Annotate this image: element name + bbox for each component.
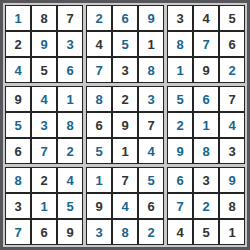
cell-r5c7[interactable]: 2: [167, 112, 193, 138]
box-5: 823697514: [86, 86, 164, 164]
box-2: 269451738: [86, 5, 164, 83]
cell-r2c5[interactable]: 5: [112, 31, 138, 57]
cell-r4c8[interactable]: 6: [193, 86, 219, 112]
cell-r5c5[interactable]: 9: [112, 112, 138, 138]
sudoku-board: 1872934562694517383458761929415386728236…: [0, 0, 250, 250]
cell-r7c7[interactable]: 6: [167, 167, 193, 193]
cell-r9c3[interactable]: 9: [57, 219, 83, 245]
cell-r1c3[interactable]: 7: [57, 5, 83, 31]
cell-r2c4[interactable]: 4: [86, 31, 112, 57]
cell-r6c4[interactable]: 5: [86, 138, 112, 164]
cell-r9c8[interactable]: 5: [193, 219, 219, 245]
cell-r8c6[interactable]: 6: [138, 193, 164, 219]
cell-r7c2[interactable]: 2: [31, 167, 57, 193]
cell-r8c7[interactable]: 7: [167, 193, 193, 219]
box-1: 187293456: [5, 5, 83, 83]
cell-r3c6[interactable]: 8: [138, 57, 164, 83]
cell-r4c6[interactable]: 3: [138, 86, 164, 112]
cell-r9c1[interactable]: 7: [5, 219, 31, 245]
cell-r8c2[interactable]: 1: [31, 193, 57, 219]
cell-r4c1[interactable]: 9: [5, 86, 31, 112]
cell-r5c6[interactable]: 7: [138, 112, 164, 138]
cell-r6c1[interactable]: 6: [5, 138, 31, 164]
cell-r6c5[interactable]: 1: [112, 138, 138, 164]
cell-r7c1[interactable]: 8: [5, 167, 31, 193]
cell-r1c6[interactable]: 9: [138, 5, 164, 31]
cell-r4c2[interactable]: 4: [31, 86, 57, 112]
cell-r8c1[interactable]: 3: [5, 193, 31, 219]
cell-r8c5[interactable]: 4: [112, 193, 138, 219]
box-3: 345876192: [167, 5, 245, 83]
cell-r7c6[interactable]: 5: [138, 167, 164, 193]
cell-r1c2[interactable]: 8: [31, 5, 57, 31]
box-8: 175946382: [86, 167, 164, 245]
cell-r5c2[interactable]: 3: [31, 112, 57, 138]
cell-r5c8[interactable]: 1: [193, 112, 219, 138]
cell-r2c6[interactable]: 1: [138, 31, 164, 57]
cell-r9c6[interactable]: 2: [138, 219, 164, 245]
cell-r6c8[interactable]: 8: [193, 138, 219, 164]
cell-r3c4[interactable]: 7: [86, 57, 112, 83]
cell-r6c7[interactable]: 9: [167, 138, 193, 164]
cell-r1c9[interactable]: 5: [219, 5, 245, 31]
box-7: 824315769: [5, 167, 83, 245]
cell-r9c5[interactable]: 8: [112, 219, 138, 245]
cell-r7c9[interactable]: 9: [219, 167, 245, 193]
cell-r7c5[interactable]: 7: [112, 167, 138, 193]
cell-r3c2[interactable]: 5: [31, 57, 57, 83]
cell-r4c3[interactable]: 1: [57, 86, 83, 112]
cell-r9c9[interactable]: 1: [219, 219, 245, 245]
cell-r6c6[interactable]: 4: [138, 138, 164, 164]
cell-r3c3[interactable]: 6: [57, 57, 83, 83]
cell-r1c7[interactable]: 3: [167, 5, 193, 31]
cell-r3c1[interactable]: 4: [5, 57, 31, 83]
cell-r9c4[interactable]: 3: [86, 219, 112, 245]
cell-r8c8[interactable]: 2: [193, 193, 219, 219]
cell-r5c3[interactable]: 8: [57, 112, 83, 138]
cell-r1c1[interactable]: 1: [5, 5, 31, 31]
cell-r1c4[interactable]: 2: [86, 5, 112, 31]
cell-r7c4[interactable]: 1: [86, 167, 112, 193]
cell-r2c3[interactable]: 3: [57, 31, 83, 57]
cell-r2c1[interactable]: 2: [5, 31, 31, 57]
cell-r7c8[interactable]: 3: [193, 167, 219, 193]
cell-r3c9[interactable]: 2: [219, 57, 245, 83]
cell-r2c9[interactable]: 6: [219, 31, 245, 57]
cell-r2c2[interactable]: 9: [31, 31, 57, 57]
cell-r9c2[interactable]: 6: [31, 219, 57, 245]
cell-r5c9[interactable]: 4: [219, 112, 245, 138]
cell-r4c7[interactable]: 5: [167, 86, 193, 112]
box-6: 567214983: [167, 86, 245, 164]
cell-r3c8[interactable]: 9: [193, 57, 219, 83]
cell-r6c3[interactable]: 2: [57, 138, 83, 164]
cell-r5c1[interactable]: 5: [5, 112, 31, 138]
cell-r8c4[interactable]: 9: [86, 193, 112, 219]
box-9: 639728451: [167, 167, 245, 245]
cell-r6c9[interactable]: 3: [219, 138, 245, 164]
cell-r9c7[interactable]: 4: [167, 219, 193, 245]
cell-r1c5[interactable]: 6: [112, 5, 138, 31]
cell-r4c9[interactable]: 7: [219, 86, 245, 112]
box-4: 941538672: [5, 86, 83, 164]
cell-r7c3[interactable]: 4: [57, 167, 83, 193]
cell-r4c5[interactable]: 2: [112, 86, 138, 112]
cell-r5c4[interactable]: 6: [86, 112, 112, 138]
cell-r8c3[interactable]: 5: [57, 193, 83, 219]
cell-r6c2[interactable]: 7: [31, 138, 57, 164]
cell-r8c9[interactable]: 8: [219, 193, 245, 219]
cell-r3c5[interactable]: 3: [112, 57, 138, 83]
cell-r3c7[interactable]: 1: [167, 57, 193, 83]
cell-r2c8[interactable]: 7: [193, 31, 219, 57]
cell-r4c4[interactable]: 8: [86, 86, 112, 112]
cell-r2c7[interactable]: 8: [167, 31, 193, 57]
cell-r1c8[interactable]: 4: [193, 5, 219, 31]
